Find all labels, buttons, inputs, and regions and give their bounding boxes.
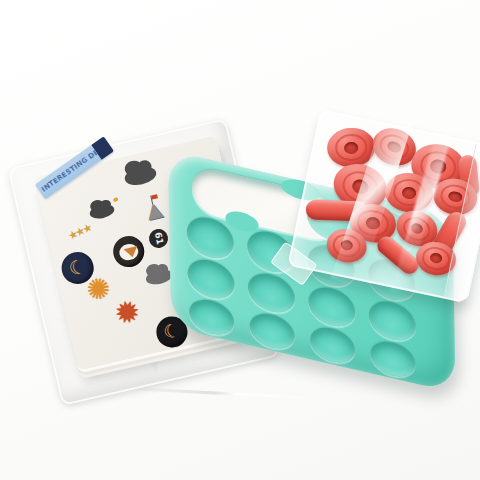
card-icon-badge-61: 61 — [147, 227, 170, 250]
bag-crease — [120, 387, 330, 401]
board-hole-r4c2 — [249, 309, 294, 352]
fox-muzzle — [124, 246, 140, 259]
card-icon-dark-cloud-with-bee — [88, 202, 115, 220]
board-hole-r3c1 — [187, 255, 234, 303]
peg-center-hole — [340, 240, 354, 252]
peg-center-hole — [448, 190, 463, 203]
peg-center-hole — [429, 158, 448, 174]
product-photo-scene: ▲★★★☾61✺✺✹▲☾✺ INTERESTING DESIGN — [0, 0, 480, 480]
peg-center-hole — [386, 140, 402, 155]
card-icon-fox-face-circle — [110, 233, 147, 270]
red-peg-top — [326, 127, 376, 169]
card-icon-mountain-small: ▲ — [144, 198, 163, 221]
card-icon-red-ray-sun: ✹ — [112, 295, 143, 330]
peg-center-hole — [365, 216, 381, 230]
handle-grip-bump — [225, 208, 258, 234]
board-hole-r3c3 — [308, 283, 355, 331]
board-hole-r4c1 — [189, 295, 234, 338]
peg-center-hole — [429, 252, 443, 264]
bee-icon — [113, 197, 119, 202]
peg-center-hole — [409, 221, 425, 236]
peg-center-hole — [344, 141, 359, 154]
board-hole-r4c4 — [370, 337, 415, 380]
board-hole-r3c4 — [369, 297, 416, 345]
peg-center-hole — [350, 178, 370, 196]
board-hole-r4c3 — [310, 323, 355, 366]
card-icon-dark-cloud-large — [123, 164, 158, 187]
flag-icon — [152, 194, 159, 199]
card-icon-smiling-sun: ✺ — [84, 274, 113, 307]
peg-center-hole — [401, 186, 417, 199]
card-icon-gold-stars-cluster: ★★★ — [66, 222, 92, 242]
